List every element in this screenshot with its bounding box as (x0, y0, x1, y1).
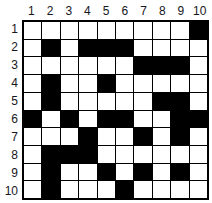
cell-r5-c1-white[interactable] (24, 93, 41, 110)
cell-r3-c10-white[interactable] (190, 57, 207, 74)
cell-r1-c9-white[interactable] (171, 22, 188, 39)
cell-r1-c3-white[interactable] (61, 22, 78, 39)
cell-r4-c9-white[interactable] (171, 75, 188, 92)
row-label-1: 1 (0, 20, 21, 38)
cell-r6-c5-black[interactable] (98, 111, 115, 128)
cell-r7-c6-white[interactable] (116, 128, 133, 145)
cell-r10-c7-white[interactable] (134, 181, 151, 198)
cell-r8-c9-white[interactable] (171, 146, 188, 163)
cell-r10-c8-white[interactable] (153, 181, 170, 198)
cell-r9-c9-black[interactable] (171, 164, 188, 181)
cell-r1-c8-white[interactable] (153, 22, 170, 39)
cell-r3-c7-black[interactable] (134, 57, 151, 74)
cell-r7-c8-white[interactable] (153, 128, 170, 145)
cell-r5-c3-white[interactable] (61, 93, 78, 110)
cell-r2-c9-white[interactable] (171, 40, 188, 57)
cell-r7-c1-white[interactable] (24, 128, 41, 145)
cell-r1-c5-white[interactable] (98, 22, 115, 39)
cell-r5-c8-black[interactable] (153, 93, 170, 110)
cell-r1-c4-white[interactable] (79, 22, 96, 39)
cell-r2-c5-black[interactable] (98, 40, 115, 57)
cell-r5-c10-white[interactable] (190, 93, 207, 110)
cell-r7-c5-white[interactable] (98, 128, 115, 145)
cell-r5-c2-black[interactable] (42, 93, 59, 110)
col-label-2: 2 (41, 3, 60, 19)
row-label-4: 4 (0, 74, 21, 92)
cell-r4-c8-white[interactable] (153, 75, 170, 92)
cell-r6-c9-black[interactable] (171, 111, 188, 128)
cell-r4-c3-white[interactable] (61, 75, 78, 92)
cell-r10-c9-white[interactable] (171, 181, 188, 198)
cell-r3-c8-black[interactable] (153, 57, 170, 74)
cell-r5-c7-white[interactable] (134, 93, 151, 110)
cell-r10-c6-black[interactable] (116, 181, 133, 198)
row-label-3: 3 (0, 56, 21, 74)
cell-r3-c9-black[interactable] (171, 57, 188, 74)
cell-r6-c1-black[interactable] (24, 111, 41, 128)
cell-r9-c1-white[interactable] (24, 164, 41, 181)
row-label-2: 2 (0, 38, 21, 56)
cell-r3-c4-white[interactable] (79, 57, 96, 74)
cell-r2-c2-black[interactable] (42, 40, 59, 57)
row-label-7: 7 (0, 128, 21, 146)
cell-r9-c5-black[interactable] (98, 164, 115, 181)
cell-r7-c7-black[interactable] (134, 128, 151, 145)
row-label-8: 8 (0, 146, 21, 164)
cell-r8-c5-white[interactable] (98, 146, 115, 163)
row-labels: 12345678910 (0, 20, 21, 200)
cell-r10-c1-white[interactable] (24, 181, 41, 198)
cell-r5-c9-black[interactable] (171, 93, 188, 110)
cell-r9-c6-white[interactable] (116, 164, 133, 181)
cell-r4-c7-white[interactable] (134, 75, 151, 92)
col-label-5: 5 (97, 3, 116, 19)
cell-r1-c6-white[interactable] (116, 22, 133, 39)
cell-r3-c5-white[interactable] (98, 57, 115, 74)
col-label-4: 4 (78, 3, 97, 19)
cell-r8-c3-black[interactable] (61, 146, 78, 163)
cell-r6-c3-black[interactable] (61, 111, 78, 128)
cell-r5-c4-white[interactable] (79, 93, 96, 110)
col-label-9: 9 (172, 3, 191, 19)
cell-r4-c6-white[interactable] (116, 75, 133, 92)
cell-r10-c5-white[interactable] (98, 181, 115, 198)
cell-r9-c8-white[interactable] (153, 164, 170, 181)
cell-r7-c2-white[interactable] (42, 128, 59, 145)
cell-r3-c3-white[interactable] (61, 57, 78, 74)
cell-r6-c6-black[interactable] (116, 111, 133, 128)
cell-r6-c8-white[interactable] (153, 111, 170, 128)
cell-r5-c5-white[interactable] (98, 93, 115, 110)
cell-r9-c10-white[interactable] (190, 164, 207, 181)
puzzle-board: 12345678910 12345678910 (0, 0, 212, 203)
cell-r3-c2-white[interactable] (42, 57, 59, 74)
cell-r4-c5-black[interactable] (98, 75, 115, 92)
cell-r1-c2-white[interactable] (42, 22, 59, 39)
cell-r8-c1-white[interactable] (24, 146, 41, 163)
cell-r8-c10-white[interactable] (190, 146, 207, 163)
col-label-1: 1 (22, 3, 41, 19)
cell-r10-c4-white[interactable] (79, 181, 96, 198)
cell-r2-c10-white[interactable] (190, 40, 207, 57)
cell-r1-c1-white[interactable] (24, 22, 41, 39)
cell-r10-c2-black[interactable] (42, 181, 59, 198)
cell-r5-c6-white[interactable] (116, 93, 133, 110)
cell-r4-c1-white[interactable] (24, 75, 41, 92)
cell-r10-c3-white[interactable] (61, 181, 78, 198)
cell-r6-c7-white[interactable] (134, 111, 151, 128)
col-label-6: 6 (116, 3, 135, 19)
row-label-5: 5 (0, 92, 21, 110)
cell-r2-c3-white[interactable] (61, 40, 78, 57)
cell-r8-c7-white[interactable] (134, 146, 151, 163)
cell-r2-c8-white[interactable] (153, 40, 170, 57)
cell-r7-c9-black[interactable] (171, 128, 188, 145)
col-label-8: 8 (153, 3, 172, 19)
cell-r9-c7-black[interactable] (134, 164, 151, 181)
row-label-6: 6 (0, 110, 21, 128)
cell-r9-c2-black[interactable] (42, 164, 59, 181)
cell-r8-c6-white[interactable] (116, 146, 133, 163)
cell-r2-c6-black[interactable] (116, 40, 133, 57)
cell-r1-c10-black[interactable] (190, 22, 207, 39)
cell-r2-c4-black[interactable] (79, 40, 96, 57)
row-label-10: 10 (0, 182, 21, 200)
cell-r8-c4-black[interactable] (79, 146, 96, 163)
cell-r8-c2-black[interactable] (42, 146, 59, 163)
cell-r6-c2-white[interactable] (42, 111, 59, 128)
cell-r6-c10-black[interactable] (190, 111, 207, 128)
cell-r4-c2-black[interactable] (42, 75, 59, 92)
cell-r10-c10-white[interactable] (190, 181, 207, 198)
cell-r7-c4-black[interactable] (79, 128, 96, 145)
column-labels: 12345678910 (22, 3, 209, 19)
cell-r2-c7-white[interactable] (134, 40, 151, 57)
cell-r8-c8-white[interactable] (153, 146, 170, 163)
row-label-9: 9 (0, 164, 21, 182)
cell-r7-c10-white[interactable] (190, 128, 207, 145)
cell-r7-c3-white[interactable] (61, 128, 78, 145)
cell-r6-c4-white[interactable] (79, 111, 96, 128)
col-label-3: 3 (59, 3, 78, 19)
col-label-10: 10 (190, 3, 209, 19)
cell-r3-c1-white[interactable] (24, 57, 41, 74)
cell-r4-c4-white[interactable] (79, 75, 96, 92)
cell-r9-c4-white[interactable] (79, 164, 96, 181)
cell-r2-c1-white[interactable] (24, 40, 41, 57)
cell-r4-c10-white[interactable] (190, 75, 207, 92)
cell-r1-c7-white[interactable] (134, 22, 151, 39)
cell-r3-c6-white[interactable] (116, 57, 133, 74)
col-label-7: 7 (134, 3, 153, 19)
cell-r9-c3-white[interactable] (61, 164, 78, 181)
puzzle-grid (22, 20, 209, 200)
